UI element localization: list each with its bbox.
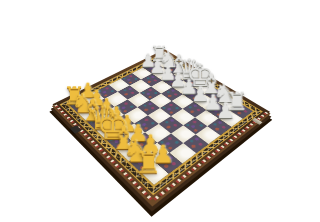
gold-trim-border: ♜♞♝♛♚♝♞♜♟♟♟♟♟♟♟♟♟♟♟♟♟♟♟♟♜♞♝♛♚♝♞♜ [66,56,222,188]
board-frame: ♜♞♝♛♚♝♞♜♟♟♟♟♟♟♟♟♟♟♟♟♟♟♟♟♜♞♝♛♚♝♞♜ [53,49,222,203]
piece-white-rook-h1[interactable]: ♜ [135,147,163,178]
mosaic-inlay-border: ♜♞♝♛♚♝♞♜♟♟♟♟♟♟♟♟♟♟♟♟♟♟♟♟♜♞♝♛♚♝♞♜ [59,52,222,195]
folding-chess-box: ♜♞♝♛♚♝♞♜♟♟♟♟♟♟♟♟♟♟♟♟♟♟♟♟♜♞♝♛♚♝♞♜ [53,49,222,203]
chess-set-photo: ♜♞♝♛♚♝♞♜♟♟♟♟♟♟♟♟♟♟♟♟♟♟♟♟♜♞♝♛♚♝♞♜ [0,0,222,222]
piece-black-pawn-h7[interactable]: ♟ [216,100,222,122]
